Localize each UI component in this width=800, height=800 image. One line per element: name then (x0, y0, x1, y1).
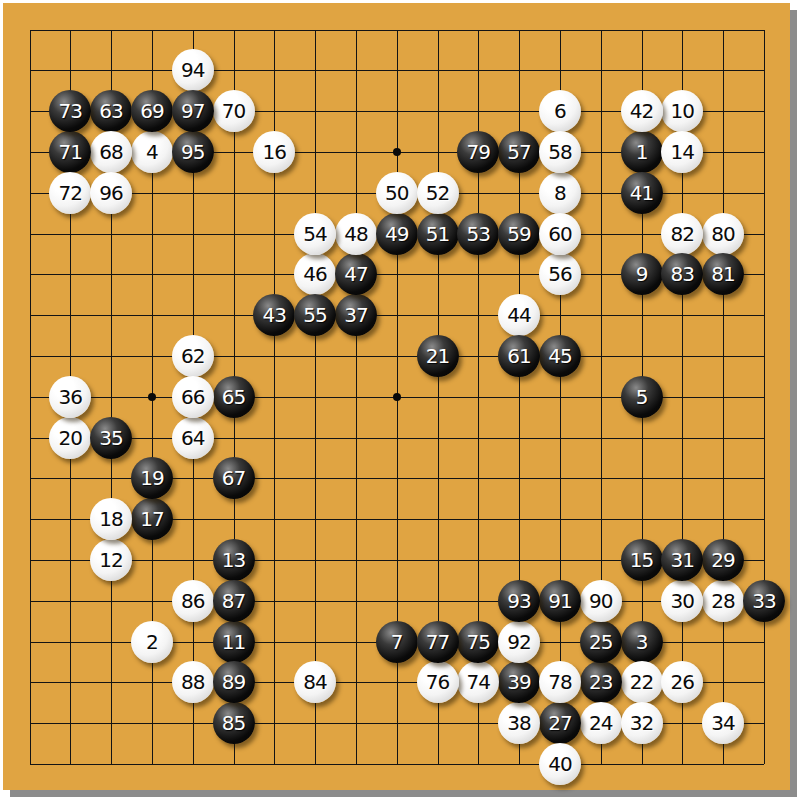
move-number: 59 (507, 224, 530, 244)
move-number: 73 (59, 101, 82, 121)
stone-black-55[interactable]: 55 (294, 294, 336, 336)
stone-white-30[interactable]: 30 (661, 580, 703, 622)
move-number: 63 (99, 101, 122, 121)
stone-white-44[interactable]: 44 (498, 294, 540, 336)
move-number: 70 (222, 101, 245, 121)
move-number: 91 (548, 591, 571, 611)
move-number: 75 (467, 632, 490, 652)
stone-black-77[interactable]: 77 (417, 621, 459, 663)
stone-black-49[interactable]: 49 (376, 213, 418, 255)
stone-black-3[interactable]: 3 (621, 621, 663, 663)
stone-black-61[interactable]: 61 (498, 335, 540, 377)
move-number: 80 (711, 224, 734, 244)
stone-white-12[interactable]: 12 (90, 539, 132, 581)
stone-white-26[interactable]: 26 (661, 661, 703, 703)
move-number: 87 (222, 591, 245, 611)
move-number: 49 (385, 224, 408, 244)
move-number: 21 (426, 346, 449, 366)
stone-white-70[interactable]: 70 (213, 90, 255, 132)
move-number: 35 (99, 428, 122, 448)
move-number: 97 (181, 101, 204, 121)
stone-white-74[interactable]: 74 (457, 661, 499, 703)
stone-black-17[interactable]: 17 (131, 498, 173, 540)
move-number: 2 (146, 632, 158, 652)
move-number: 17 (140, 509, 163, 529)
move-number: 9 (636, 264, 648, 284)
stone-white-8[interactable]: 8 (539, 172, 581, 214)
stone-black-93[interactable]: 93 (498, 580, 540, 622)
grid-line-vertical (723, 30, 724, 764)
move-number: 5 (636, 387, 648, 407)
move-number: 37 (344, 305, 367, 325)
move-number: 67 (222, 468, 245, 488)
move-number: 30 (671, 591, 694, 611)
stone-black-67[interactable]: 67 (213, 457, 255, 499)
move-number: 42 (630, 101, 653, 121)
move-number: 88 (181, 672, 204, 692)
stone-white-56[interactable]: 56 (539, 253, 581, 295)
stone-black-41[interactable]: 41 (621, 172, 663, 214)
stone-white-92[interactable]: 92 (498, 621, 540, 663)
stone-black-75[interactable]: 75 (457, 621, 499, 663)
stone-white-80[interactable]: 80 (702, 213, 744, 255)
move-number: 44 (507, 305, 530, 325)
move-number: 19 (140, 468, 163, 488)
star-point (148, 393, 156, 401)
move-number: 58 (548, 142, 571, 162)
grid-line-vertical (764, 30, 765, 764)
move-number: 4 (146, 142, 158, 162)
move-number: 94 (181, 60, 204, 80)
page: 1234567891011121314151617181920212223242… (0, 0, 800, 800)
stone-white-60[interactable]: 60 (539, 213, 581, 255)
stone-white-68[interactable]: 68 (90, 131, 132, 173)
move-number: 79 (467, 142, 490, 162)
stone-black-23[interactable]: 23 (580, 661, 622, 703)
move-number: 20 (59, 428, 82, 448)
move-number: 65 (222, 387, 245, 407)
move-number: 86 (181, 591, 204, 611)
move-number: 24 (589, 713, 612, 733)
move-number: 34 (711, 713, 734, 733)
move-number: 28 (711, 591, 734, 611)
stone-white-42[interactable]: 42 (621, 90, 663, 132)
stone-black-25[interactable]: 25 (580, 621, 622, 663)
stone-white-28[interactable]: 28 (702, 580, 744, 622)
move-number: 29 (711, 550, 734, 570)
stone-white-18[interactable]: 18 (90, 498, 132, 540)
stone-black-53[interactable]: 53 (457, 213, 499, 255)
stone-black-79[interactable]: 79 (457, 131, 499, 173)
stone-black-65[interactable]: 65 (213, 376, 255, 418)
stone-black-15[interactable]: 15 (621, 539, 663, 581)
move-number: 47 (344, 264, 367, 284)
move-number: 15 (630, 550, 653, 570)
stone-white-64[interactable]: 64 (172, 417, 214, 459)
move-number: 81 (711, 264, 734, 284)
stone-black-35[interactable]: 35 (90, 417, 132, 459)
stone-black-83[interactable]: 83 (661, 253, 703, 295)
stone-white-22[interactable]: 22 (621, 661, 663, 703)
stone-black-31[interactable]: 31 (661, 539, 703, 581)
star-point (393, 148, 401, 156)
stone-white-54[interactable]: 54 (294, 213, 336, 255)
stone-white-76[interactable]: 76 (417, 661, 459, 703)
move-number: 16 (263, 142, 286, 162)
stone-black-39[interactable]: 39 (498, 661, 540, 703)
grid-line-horizontal (30, 601, 764, 602)
stone-black-87[interactable]: 87 (213, 580, 255, 622)
stone-black-89[interactable]: 89 (213, 661, 255, 703)
move-number: 52 (426, 183, 449, 203)
grid-line-horizontal (30, 438, 764, 439)
move-number: 89 (222, 672, 245, 692)
move-number: 36 (59, 387, 82, 407)
move-number: 93 (507, 591, 530, 611)
move-number: 40 (548, 754, 571, 774)
stone-white-90[interactable]: 90 (580, 580, 622, 622)
stone-white-66[interactable]: 66 (172, 376, 214, 418)
move-number: 13 (222, 550, 245, 570)
stone-white-96[interactable]: 96 (90, 172, 132, 214)
stone-black-11[interactable]: 11 (213, 621, 255, 663)
stone-white-46[interactable]: 46 (294, 253, 336, 295)
move-number: 6 (554, 101, 566, 121)
stone-white-48[interactable]: 48 (335, 213, 377, 255)
stone-black-13[interactable]: 13 (213, 539, 255, 581)
move-number: 25 (589, 632, 612, 652)
stone-white-16[interactable]: 16 (253, 131, 295, 173)
move-number: 90 (589, 591, 612, 611)
move-number: 22 (630, 672, 653, 692)
move-number: 46 (303, 264, 326, 284)
move-number: 76 (426, 672, 449, 692)
move-number: 45 (548, 346, 571, 366)
move-number: 10 (671, 101, 694, 121)
stone-white-10[interactable]: 10 (661, 90, 703, 132)
stone-white-34[interactable]: 34 (702, 702, 744, 744)
stone-black-1[interactable]: 1 (621, 131, 663, 173)
move-number: 85 (222, 713, 245, 733)
stone-white-24[interactable]: 24 (580, 702, 622, 744)
move-number: 61 (507, 346, 530, 366)
stone-white-78[interactable]: 78 (539, 661, 581, 703)
grid-line-horizontal (30, 764, 764, 765)
move-number: 8 (554, 183, 566, 203)
move-number: 53 (467, 224, 490, 244)
stone-black-29[interactable]: 29 (702, 539, 744, 581)
stone-black-57[interactable]: 57 (498, 131, 540, 173)
stone-black-85[interactable]: 85 (213, 702, 255, 744)
move-number: 71 (59, 142, 82, 162)
stone-white-50[interactable]: 50 (376, 172, 418, 214)
move-number: 62 (181, 346, 204, 366)
move-number: 57 (507, 142, 530, 162)
stone-black-21[interactable]: 21 (417, 335, 459, 377)
stone-black-73[interactable]: 73 (49, 90, 91, 132)
move-number: 26 (671, 672, 694, 692)
move-number: 84 (303, 672, 326, 692)
stone-white-32[interactable]: 32 (621, 702, 663, 744)
stone-black-69[interactable]: 69 (131, 90, 173, 132)
go-board[interactable]: 1234567891011121314151617181920212223242… (3, 3, 790, 790)
move-number: 95 (181, 142, 204, 162)
move-number: 14 (671, 142, 694, 162)
move-number: 51 (426, 224, 449, 244)
move-number: 60 (548, 224, 571, 244)
stone-white-58[interactable]: 58 (539, 131, 581, 173)
move-number: 64 (181, 428, 204, 448)
stone-black-97[interactable]: 97 (172, 90, 214, 132)
stone-black-47[interactable]: 47 (335, 253, 377, 295)
stone-black-51[interactable]: 51 (417, 213, 459, 255)
stone-black-33[interactable]: 33 (743, 580, 785, 622)
stone-black-59[interactable]: 59 (498, 213, 540, 255)
move-number: 12 (99, 550, 122, 570)
move-number: 39 (507, 672, 530, 692)
move-number: 33 (752, 591, 775, 611)
stone-white-82[interactable]: 82 (661, 213, 703, 255)
stone-white-62[interactable]: 62 (172, 335, 214, 377)
move-number: 7 (391, 632, 403, 652)
stone-white-72[interactable]: 72 (49, 172, 91, 214)
move-number: 68 (99, 142, 122, 162)
stone-black-95[interactable]: 95 (172, 131, 214, 173)
move-number: 78 (548, 672, 571, 692)
stone-white-52[interactable]: 52 (417, 172, 459, 214)
stone-black-7[interactable]: 7 (376, 621, 418, 663)
move-number: 3 (636, 632, 648, 652)
move-number: 92 (507, 632, 530, 652)
stone-black-19[interactable]: 19 (131, 457, 173, 499)
stone-black-91[interactable]: 91 (539, 580, 581, 622)
stone-white-94[interactable]: 94 (172, 49, 214, 91)
move-number: 66 (181, 387, 204, 407)
stone-white-14[interactable]: 14 (661, 131, 703, 173)
move-number: 31 (671, 550, 694, 570)
stone-black-71[interactable]: 71 (49, 131, 91, 173)
move-number: 96 (99, 183, 122, 203)
stone-black-9[interactable]: 9 (621, 253, 663, 295)
move-number: 38 (507, 713, 530, 733)
stone-white-86[interactable]: 86 (172, 580, 214, 622)
stone-black-27[interactable]: 27 (539, 702, 581, 744)
move-number: 82 (671, 224, 694, 244)
move-number: 56 (548, 264, 571, 284)
move-number: 41 (630, 183, 653, 203)
stone-white-36[interactable]: 36 (49, 376, 91, 418)
move-number: 55 (303, 305, 326, 325)
move-number: 77 (426, 632, 449, 652)
move-number: 48 (344, 224, 367, 244)
stone-white-40[interactable]: 40 (539, 743, 581, 785)
move-number: 74 (467, 672, 490, 692)
move-number: 43 (263, 305, 286, 325)
stone-white-20[interactable]: 20 (49, 417, 91, 459)
move-number: 72 (59, 183, 82, 203)
stone-white-38[interactable]: 38 (498, 702, 540, 744)
stone-white-2[interactable]: 2 (131, 621, 173, 663)
move-number: 11 (222, 632, 245, 652)
star-point (393, 393, 401, 401)
move-number: 69 (140, 101, 163, 121)
move-number: 32 (630, 713, 653, 733)
move-number: 1 (636, 142, 648, 162)
stone-black-37[interactable]: 37 (335, 294, 377, 336)
stone-white-4[interactable]: 4 (131, 131, 173, 173)
stone-black-5[interactable]: 5 (621, 376, 663, 418)
move-number: 27 (548, 713, 571, 733)
move-number: 50 (385, 183, 408, 203)
stone-black-45[interactable]: 45 (539, 335, 581, 377)
move-number: 23 (589, 672, 612, 692)
stone-white-88[interactable]: 88 (172, 661, 214, 703)
stone-black-63[interactable]: 63 (90, 90, 132, 132)
stone-black-43[interactable]: 43 (253, 294, 295, 336)
stone-white-6[interactable]: 6 (539, 90, 581, 132)
move-number: 18 (99, 509, 122, 529)
move-number: 83 (671, 264, 694, 284)
stone-black-81[interactable]: 81 (702, 253, 744, 295)
move-number: 54 (303, 224, 326, 244)
stone-white-84[interactable]: 84 (294, 661, 336, 703)
